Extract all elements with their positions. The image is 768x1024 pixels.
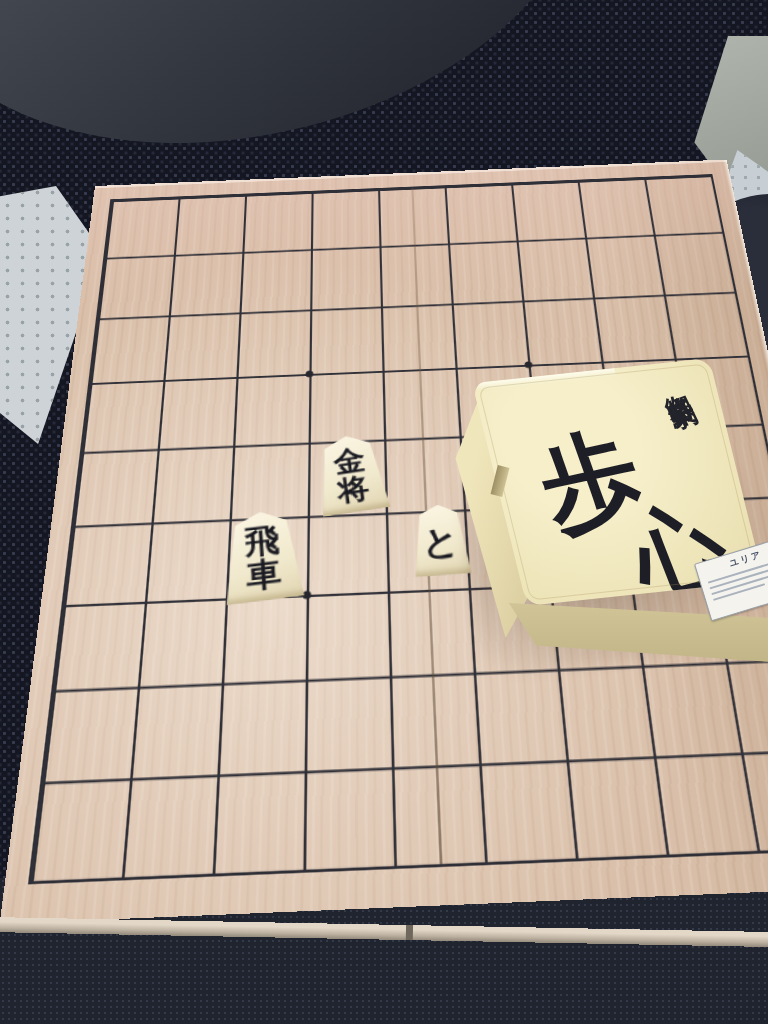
shogi-piece-gold-general[interactable]: 金将 <box>312 431 392 517</box>
box-brand-char-top: 歩 <box>520 406 662 559</box>
box-column-text: 御将棊駒 <box>649 369 686 392</box>
piece-kanji: 金将 <box>331 440 371 507</box>
piece-kanji: 飛車 <box>243 517 282 593</box>
photo-scene: 金将飛車と 御将棊駒 歩 心 ユリア <box>0 0 768 1024</box>
hoshi-dot <box>306 371 314 378</box>
board-fold-notch <box>406 925 413 940</box>
piece-kanji: と <box>420 517 462 561</box>
shogi-piece-rook[interactable]: 飛車 <box>221 507 306 605</box>
hoshi-dot <box>524 361 532 368</box>
